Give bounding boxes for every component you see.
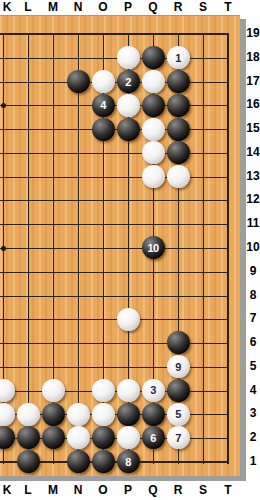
column-label-top-N: N (74, 0, 83, 15)
intersection-Q4[interactable]: 3 (141, 379, 166, 403)
white-stone-Q4: 3 (142, 379, 165, 402)
intersection-O1[interactable] (91, 450, 116, 474)
intersection-M12[interactable] (41, 188, 66, 212)
row-label-4: 4 (246, 383, 260, 397)
intersection-R15[interactable] (166, 117, 191, 141)
intersection-T14[interactable] (216, 141, 241, 165)
intersection-K7[interactable] (0, 307, 16, 331)
intersection-T16[interactable] (216, 93, 241, 117)
intersection-L14[interactable] (16, 141, 41, 165)
intersection-P8[interactable] (116, 284, 141, 308)
intersection-P15[interactable] (116, 117, 141, 141)
intersection-R7[interactable] (166, 307, 191, 331)
column-label-top-S: S (199, 0, 207, 15)
intersection-P14[interactable] (116, 141, 141, 165)
intersection-K9[interactable] (0, 260, 16, 284)
intersection-L7[interactable] (16, 307, 41, 331)
intersection-O14[interactable] (91, 141, 116, 165)
intersection-R17[interactable] (166, 70, 191, 94)
row-label-17: 17 (246, 74, 260, 88)
intersection-T12[interactable] (216, 188, 241, 212)
black-stone-Q2: 6 (142, 426, 165, 449)
intersection-M14[interactable] (41, 141, 66, 165)
go-board[interactable]: 12410935678 (0, 15, 240, 476)
move-number: 6 (150, 432, 156, 444)
white-stone-O4 (92, 379, 115, 402)
intersection-M11[interactable] (41, 212, 66, 236)
white-stone-Q15 (142, 118, 165, 141)
white-stone-Q13 (142, 165, 165, 188)
intersection-O8[interactable] (91, 284, 116, 308)
white-stone-P18 (117, 46, 140, 69)
column-label-bottom-M: M (48, 483, 58, 498)
intersection-R8[interactable] (166, 284, 191, 308)
intersection-N6[interactable] (66, 331, 91, 355)
intersection-S7[interactable] (191, 307, 216, 331)
intersection-R12[interactable] (166, 188, 191, 212)
intersection-P4[interactable] (116, 379, 141, 403)
intersection-Q8[interactable] (141, 284, 166, 308)
intersection-S14[interactable] (191, 141, 216, 165)
intersection-S18[interactable] (191, 46, 216, 70)
intersection-K12[interactable] (0, 188, 16, 212)
intersection-O10[interactable] (91, 236, 116, 260)
intersection-S17[interactable] (191, 70, 216, 94)
intersection-Q3[interactable] (141, 402, 166, 426)
white-stone-K3 (0, 403, 15, 426)
intersection-K15[interactable] (0, 117, 16, 141)
column-label-top-P: P (124, 0, 132, 15)
intersection-T7[interactable] (216, 307, 241, 331)
go-board-view: KLMNOPQRST 12410935678 19181716151413121… (0, 0, 260, 500)
column-label-top-Q: Q (148, 0, 157, 15)
intersection-L5[interactable] (16, 355, 41, 379)
row-label-8: 8 (246, 288, 260, 302)
intersection-T6[interactable] (216, 331, 241, 355)
intersection-S6[interactable] (191, 331, 216, 355)
intersection-K8[interactable] (0, 284, 16, 308)
move-number: 1 (175, 52, 181, 64)
intersection-S9[interactable] (191, 260, 216, 284)
intersection-O2[interactable] (91, 426, 116, 450)
intersection-M9[interactable] (41, 260, 66, 284)
intersection-S4[interactable] (191, 379, 216, 403)
black-stone-P15 (117, 118, 140, 141)
row-label-14: 14 (246, 145, 260, 159)
intersection-L3[interactable] (16, 402, 41, 426)
intersection-S10[interactable] (191, 236, 216, 260)
intersection-K14[interactable] (0, 141, 16, 165)
white-stone-K4 (0, 379, 15, 402)
intersection-R11[interactable] (166, 212, 191, 236)
intersection-K1[interactable] (0, 450, 16, 474)
intersection-S12[interactable] (191, 188, 216, 212)
black-stone-R17 (167, 70, 190, 93)
column-label-bottom-O: O (98, 483, 107, 498)
black-stone-R4 (167, 379, 190, 402)
row-label-2: 2 (246, 430, 260, 444)
intersection-Q9[interactable] (141, 260, 166, 284)
intersection-L10[interactable] (16, 236, 41, 260)
intersection-R5[interactable]: 9 (166, 355, 191, 379)
column-label-bottom-Q: Q (148, 483, 157, 498)
white-stone-Q14 (142, 141, 165, 164)
row-label-12: 12 (246, 192, 260, 206)
black-stone-O16: 4 (92, 94, 115, 117)
white-stone-R13 (167, 165, 190, 188)
intersection-M15[interactable] (41, 117, 66, 141)
intersection-P10[interactable] (116, 236, 141, 260)
intersection-T10[interactable] (216, 236, 241, 260)
intersection-S15[interactable] (191, 117, 216, 141)
intersection-T9[interactable] (216, 260, 241, 284)
white-stone-P16 (117, 94, 140, 117)
intersection-T15[interactable] (216, 117, 241, 141)
intersection-M13[interactable] (41, 165, 66, 189)
intersection-N11[interactable] (66, 212, 91, 236)
intersection-L6[interactable] (16, 331, 41, 355)
intersection-M10[interactable] (41, 236, 66, 260)
intersection-grid: 12410935678 (0, 22, 240, 474)
white-stone-L3 (17, 403, 40, 426)
intersection-M18[interactable] (41, 46, 66, 70)
intersection-P16[interactable] (116, 93, 141, 117)
intersection-O3[interactable] (91, 402, 116, 426)
intersection-T8[interactable] (216, 284, 241, 308)
move-number: 4 (100, 99, 106, 111)
column-label-top-R: R (174, 0, 183, 15)
intersection-O4[interactable] (91, 379, 116, 403)
white-stone-N2 (67, 426, 90, 449)
intersection-N3[interactable] (66, 402, 91, 426)
move-number: 10 (147, 242, 158, 254)
intersection-M16[interactable] (41, 93, 66, 117)
intersection-P1[interactable]: 8 (116, 450, 141, 474)
black-stone-P17: 2 (117, 70, 140, 93)
intersection-Q1[interactable] (141, 450, 166, 474)
intersection-R1[interactable] (166, 450, 191, 474)
column-label-bottom-L: L (24, 483, 31, 498)
intersection-M19[interactable] (41, 22, 66, 46)
intersection-N15[interactable] (66, 117, 91, 141)
intersection-S11[interactable] (191, 212, 216, 236)
black-stone-L2 (17, 426, 40, 449)
intersection-T1[interactable] (216, 450, 241, 474)
intersection-Q15[interactable] (141, 117, 166, 141)
intersection-P11[interactable] (116, 212, 141, 236)
intersection-O18[interactable] (91, 46, 116, 70)
column-label-bottom-R: R (174, 483, 183, 498)
black-stone-R16 (167, 94, 190, 117)
column-label-top-T: T (224, 0, 231, 15)
intersection-R9[interactable] (166, 260, 191, 284)
intersection-T3[interactable] (216, 402, 241, 426)
intersection-M7[interactable] (41, 307, 66, 331)
intersection-N8[interactable] (66, 284, 91, 308)
intersection-N16[interactable] (66, 93, 91, 117)
intersection-O5[interactable] (91, 355, 116, 379)
row-label-13: 13 (246, 169, 260, 183)
white-stone-P2 (117, 426, 140, 449)
intersection-N2[interactable] (66, 426, 91, 450)
intersection-L18[interactable] (16, 46, 41, 70)
black-stone-P1: 8 (117, 450, 140, 473)
intersection-O17[interactable] (91, 70, 116, 94)
intersection-Q14[interactable] (141, 141, 166, 165)
intersection-L11[interactable] (16, 212, 41, 236)
intersection-Q2[interactable]: 6 (141, 426, 166, 450)
row-label-9: 9 (246, 264, 260, 278)
intersection-P6[interactable] (116, 331, 141, 355)
intersection-R10[interactable] (166, 236, 191, 260)
white-stone-P7 (117, 308, 140, 331)
intersection-S5[interactable] (191, 355, 216, 379)
intersection-P9[interactable] (116, 260, 141, 284)
white-stone-R5: 9 (167, 355, 190, 378)
intersection-M3[interactable] (41, 402, 66, 426)
black-stone-R15 (167, 118, 190, 141)
intersection-P7[interactable] (116, 307, 141, 331)
intersection-L12[interactable] (16, 188, 41, 212)
intersection-L15[interactable] (16, 117, 41, 141)
black-stone-M3 (42, 403, 65, 426)
intersection-K17[interactable] (0, 70, 16, 94)
intersection-K4[interactable] (0, 379, 16, 403)
intersection-M4[interactable] (41, 379, 66, 403)
intersection-K10[interactable] (0, 236, 16, 260)
intersection-R18[interactable]: 1 (166, 46, 191, 70)
intersection-O6[interactable] (91, 331, 116, 355)
intersection-R4[interactable] (166, 379, 191, 403)
intersection-L9[interactable] (16, 260, 41, 284)
intersection-P17[interactable]: 2 (116, 70, 141, 94)
intersection-R3[interactable]: 5 (166, 402, 191, 426)
black-stone-Q3 (142, 403, 165, 426)
intersection-N4[interactable] (66, 379, 91, 403)
column-label-bottom-P: P (124, 483, 132, 498)
move-number: 8 (125, 456, 131, 468)
intersection-T19[interactable] (216, 22, 241, 46)
intersection-Q7[interactable] (141, 307, 166, 331)
intersection-S19[interactable] (191, 22, 216, 46)
intersection-Q6[interactable] (141, 331, 166, 355)
intersection-N9[interactable] (66, 260, 91, 284)
intersection-T4[interactable] (216, 379, 241, 403)
column-label-top-L: L (24, 0, 31, 15)
move-number: 9 (175, 361, 181, 373)
black-stone-N1 (67, 450, 90, 473)
intersection-N7[interactable] (66, 307, 91, 331)
intersection-R6[interactable] (166, 331, 191, 355)
white-stone-M4 (42, 379, 65, 402)
intersection-N17[interactable] (66, 70, 91, 94)
column-label-bottom-T: T (224, 483, 231, 498)
move-number: 7 (175, 432, 181, 444)
black-stone-L1 (17, 450, 40, 473)
move-number: 3 (150, 384, 156, 396)
intersection-P19[interactable] (116, 22, 141, 46)
intersection-L19[interactable] (16, 22, 41, 46)
intersection-T5[interactable] (216, 355, 241, 379)
white-stone-O17 (92, 70, 115, 93)
intersection-O19[interactable] (91, 22, 116, 46)
intersection-L16[interactable] (16, 93, 41, 117)
intersection-N10[interactable] (66, 236, 91, 260)
intersection-Q5[interactable] (141, 355, 166, 379)
intersection-K5[interactable] (0, 355, 16, 379)
black-stone-O15 (92, 118, 115, 141)
intersection-O7[interactable] (91, 307, 116, 331)
intersection-L13[interactable] (16, 165, 41, 189)
intersection-N13[interactable] (66, 165, 91, 189)
intersection-K19[interactable] (0, 22, 16, 46)
intersection-M5[interactable] (41, 355, 66, 379)
intersection-N5[interactable] (66, 355, 91, 379)
column-label-bottom-N: N (74, 483, 83, 498)
black-stone-R6 (167, 331, 190, 354)
intersection-S3[interactable] (191, 402, 216, 426)
intersection-L1[interactable] (16, 450, 41, 474)
intersection-P13[interactable] (116, 165, 141, 189)
row-label-10: 10 (246, 240, 260, 254)
intersection-M17[interactable] (41, 70, 66, 94)
row-label-19: 19 (246, 26, 260, 40)
black-stone-Q10: 10 (142, 236, 165, 259)
intersection-L2[interactable] (16, 426, 41, 450)
column-label-top-M: M (48, 0, 58, 15)
column-label-top-O: O (98, 0, 107, 15)
intersection-O12[interactable] (91, 188, 116, 212)
intersection-S13[interactable] (191, 165, 216, 189)
row-label-16: 16 (246, 97, 260, 111)
intersection-M1[interactable] (41, 450, 66, 474)
white-stone-Q17 (142, 70, 165, 93)
black-stone-Q18 (142, 46, 165, 69)
column-label-top-K: K (3, 0, 12, 15)
intersection-K2[interactable] (0, 426, 16, 450)
intersection-S1[interactable] (191, 450, 216, 474)
intersection-T11[interactable] (216, 212, 241, 236)
black-stone-M2 (42, 426, 65, 449)
move-number: 5 (175, 408, 181, 420)
intersection-K6[interactable] (0, 331, 16, 355)
intersection-P3[interactable] (116, 402, 141, 426)
row-label-18: 18 (246, 50, 260, 64)
row-label-7: 7 (246, 311, 260, 325)
intersection-Q12[interactable] (141, 188, 166, 212)
white-stone-P4 (117, 379, 140, 402)
intersection-S2[interactable] (191, 426, 216, 450)
row-label-3: 3 (246, 406, 260, 420)
intersection-K3[interactable] (0, 402, 16, 426)
intersection-O13[interactable] (91, 165, 116, 189)
black-stone-R14 (167, 141, 190, 164)
intersection-R19[interactable] (166, 22, 191, 46)
intersection-R13[interactable] (166, 165, 191, 189)
intersection-Q19[interactable] (141, 22, 166, 46)
intersection-N12[interactable] (66, 188, 91, 212)
intersection-O15[interactable] (91, 117, 116, 141)
intersection-K11[interactable] (0, 212, 16, 236)
black-stone-Q16 (142, 94, 165, 117)
intersection-T18[interactable] (216, 46, 241, 70)
intersection-R16[interactable] (166, 93, 191, 117)
intersection-N18[interactable] (66, 46, 91, 70)
black-stone-P3 (117, 403, 140, 426)
intersection-M6[interactable] (41, 331, 66, 355)
black-stone-K2 (0, 426, 15, 449)
white-stone-R2: 7 (167, 426, 190, 449)
column-label-bottom-K: K (3, 483, 12, 498)
intersection-Q13[interactable] (141, 165, 166, 189)
black-stone-O1 (92, 450, 115, 473)
intersection-P2[interactable] (116, 426, 141, 450)
white-stone-O3 (92, 403, 115, 426)
row-label-1: 1 (246, 454, 260, 468)
row-label-6: 6 (246, 335, 260, 349)
intersection-N14[interactable] (66, 141, 91, 165)
row-label-5: 5 (246, 359, 260, 373)
intersection-L4[interactable] (16, 379, 41, 403)
intersection-M8[interactable] (41, 284, 66, 308)
intersection-O11[interactable] (91, 212, 116, 236)
row-label-11: 11 (246, 216, 260, 230)
intersection-K18[interactable] (0, 46, 16, 70)
intersection-P12[interactable] (116, 188, 141, 212)
intersection-P18[interactable] (116, 46, 141, 70)
intersection-Q11[interactable] (141, 212, 166, 236)
intersection-K13[interactable] (0, 165, 16, 189)
intersection-N1[interactable] (66, 450, 91, 474)
black-stone-O2 (92, 426, 115, 449)
intersection-Q18[interactable] (141, 46, 166, 70)
intersection-L17[interactable] (16, 70, 41, 94)
white-stone-R3: 5 (167, 403, 190, 426)
white-stone-R18: 1 (167, 46, 190, 69)
intersection-R14[interactable] (166, 141, 191, 165)
intersection-O16[interactable]: 4 (91, 93, 116, 117)
column-label-bottom-S: S (199, 483, 207, 498)
intersection-L8[interactable] (16, 284, 41, 308)
intersection-O9[interactable] (91, 260, 116, 284)
intersection-T17[interactable] (216, 70, 241, 94)
intersection-Q16[interactable] (141, 93, 166, 117)
intersection-K16[interactable] (0, 93, 16, 117)
black-stone-N17 (67, 70, 90, 93)
move-number: 2 (125, 76, 131, 88)
intersection-M2[interactable] (41, 426, 66, 450)
intersection-R2[interactable]: 7 (166, 426, 191, 450)
intersection-P5[interactable] (116, 355, 141, 379)
intersection-S16[interactable] (191, 93, 216, 117)
intersection-T2[interactable] (216, 426, 241, 450)
intersection-S8[interactable] (191, 284, 216, 308)
intersection-Q10[interactable]: 10 (141, 236, 166, 260)
intersection-N19[interactable] (66, 22, 91, 46)
white-stone-N3 (67, 403, 90, 426)
row-label-15: 15 (246, 121, 260, 135)
intersection-Q17[interactable] (141, 70, 166, 94)
intersection-T13[interactable] (216, 165, 241, 189)
